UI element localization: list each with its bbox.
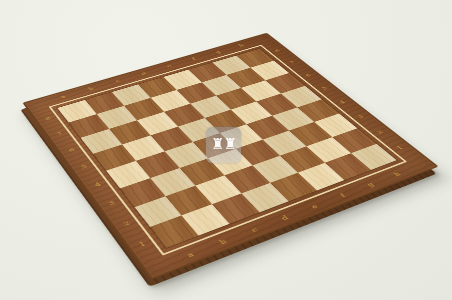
coord-file-b-far: b: [75, 82, 107, 95]
watermark-logo: ♜♜: [206, 127, 241, 163]
coord-rank-3-right: 3: [351, 112, 370, 122]
coord-rank-7-right: 7: [284, 59, 301, 67]
coord-rank-7-left: 7: [50, 129, 69, 139]
coord-file-a-far: a: [47, 90, 79, 103]
coord-file-c-far: c: [102, 75, 133, 88]
coord-file-e-far: e: [154, 60, 184, 72]
coord-rank-8-right: 8: [269, 47, 286, 55]
watermark-pieces-icon: ♜♜: [211, 135, 236, 153]
photo-background: aa88bb77cc66dd55ee44ff33gg22hh11 ♜♜: [0, 0, 452, 300]
coord-rank-2-left: 2: [116, 217, 137, 230]
coord-file-h-far: h: [227, 40, 256, 51]
coord-rank-3-left: 3: [102, 197, 123, 210]
coord-rank-5-right: 5: [316, 84, 334, 93]
coord-rank-5-left: 5: [75, 161, 95, 172]
coord-file-g-far: g: [203, 47, 232, 58]
coord-rank-1-right: 1: [390, 143, 410, 154]
coord-rank-6-left: 6: [62, 145, 81, 156]
coord-rank-4-left: 4: [88, 179, 108, 191]
coord-rank-8-left: 8: [39, 114, 57, 124]
coord-rank-2-right: 2: [370, 127, 389, 137]
coord-rank-1-left: 1: [132, 238, 154, 252]
coord-rank-4-right: 4: [333, 98, 351, 107]
coord-file-d-far: d: [129, 68, 159, 80]
coord-rank-6-right: 6: [300, 71, 317, 79]
coord-file-f-far: f: [179, 53, 208, 65]
